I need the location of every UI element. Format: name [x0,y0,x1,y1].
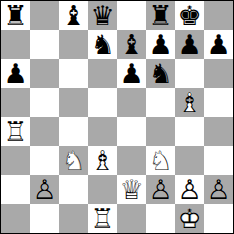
black-rook-icon: ♜ [146,1,175,30]
square-f5[interactable] [146,88,175,117]
square-b4[interactable] [30,117,59,146]
black-pawn-icon: ♟ [146,30,175,59]
white-bishop-fill: ♝ [88,146,117,175]
square-d5[interactable] [88,88,117,117]
square-c1[interactable] [59,204,88,233]
white-knight-icon: ♘ [146,146,175,175]
square-b6[interactable] [30,59,59,88]
square-b1[interactable] [30,204,59,233]
square-e2[interactable]: ♛♕ [117,175,146,204]
square-d7[interactable]: ♞ [88,30,117,59]
square-g8[interactable]: ♚ [175,1,204,30]
square-e3[interactable] [117,146,146,175]
white-king-fill: ♚ [175,204,204,233]
square-g3[interactable] [175,146,204,175]
square-b2[interactable]: ♙♙ [30,175,59,204]
black-queen-icon: ♛ [88,1,117,30]
square-c7[interactable] [59,30,88,59]
square-d2[interactable] [88,175,117,204]
white-pawn-icon: ♙ [30,175,59,204]
square-g2[interactable]: ♙♙ [175,175,204,204]
square-d1[interactable]: ♜♖ [88,204,117,233]
black-king-icon: ♚ [175,1,204,30]
square-d4[interactable] [88,117,117,146]
square-b5[interactable] [30,88,59,117]
square-h2[interactable]: ♙♙ [204,175,233,204]
white-bishop-icon: ♗ [175,88,204,117]
square-g6[interactable] [175,59,204,88]
chess-diagram: ♜♝♛♜♚♞♝♟♟♟♟♟♞♝♗♜♖♞♘♝♗♞♘♙♙♛♕♙♙♙♙♙♙♜♖♚♔ [0,0,234,234]
square-c4[interactable] [59,117,88,146]
white-queen-fill: ♛ [117,175,146,204]
square-a3[interactable] [1,146,30,175]
square-a8[interactable]: ♜ [1,1,30,30]
square-e8[interactable] [117,1,146,30]
white-queen-icon: ♕ [117,175,146,204]
square-e4[interactable] [117,117,146,146]
white-rook-fill: ♜ [88,204,117,233]
square-a5[interactable] [1,88,30,117]
white-knight-icon: ♘ [59,146,88,175]
white-pawn-icon: ♙ [175,175,204,204]
white-pawn-fill: ♙ [175,175,204,204]
square-d8[interactable]: ♛ [88,1,117,30]
square-h6[interactable] [204,59,233,88]
black-knight-icon: ♞ [146,59,175,88]
square-a7[interactable] [1,30,30,59]
square-h3[interactable] [204,146,233,175]
square-e1[interactable] [117,204,146,233]
black-pawn-icon: ♟ [1,59,30,88]
black-knight-icon: ♞ [88,30,117,59]
square-e5[interactable] [117,88,146,117]
square-d3[interactable]: ♝♗ [88,146,117,175]
square-c2[interactable] [59,175,88,204]
square-h5[interactable] [204,88,233,117]
square-f6[interactable]: ♞ [146,59,175,88]
square-c8[interactable]: ♝ [59,1,88,30]
white-pawn-icon: ♙ [204,175,233,204]
square-c3[interactable]: ♞♘ [59,146,88,175]
white-rook-fill: ♜ [1,117,30,146]
square-g5[interactable]: ♝♗ [175,88,204,117]
white-pawn-icon: ♙ [146,175,175,204]
white-pawn-fill: ♙ [30,175,59,204]
square-a6[interactable]: ♟ [1,59,30,88]
square-d6[interactable] [88,59,117,88]
square-a1[interactable] [1,204,30,233]
square-b7[interactable] [30,30,59,59]
square-h8[interactable] [204,1,233,30]
square-f2[interactable]: ♙♙ [146,175,175,204]
square-e7[interactable]: ♝ [117,30,146,59]
white-knight-fill: ♞ [59,146,88,175]
black-bishop-icon: ♝ [117,30,146,59]
black-pawn-icon: ♟ [204,30,233,59]
black-bishop-icon: ♝ [59,1,88,30]
square-f7[interactable]: ♟ [146,30,175,59]
square-g4[interactable] [175,117,204,146]
white-pawn-fill: ♙ [204,175,233,204]
black-pawn-icon: ♟ [117,59,146,88]
square-e6[interactable]: ♟ [117,59,146,88]
white-bishop-fill: ♝ [175,88,204,117]
square-b8[interactable] [30,1,59,30]
white-rook-icon: ♖ [88,204,117,233]
square-c5[interactable] [59,88,88,117]
square-f4[interactable] [146,117,175,146]
square-g7[interactable]: ♟ [175,30,204,59]
chess-board: ♜♝♛♜♚♞♝♟♟♟♟♟♞♝♗♜♖♞♘♝♗♞♘♙♙♛♕♙♙♙♙♙♙♜♖♚♔ [0,0,234,234]
square-a4[interactable]: ♜♖ [1,117,30,146]
white-rook-icon: ♖ [1,117,30,146]
square-f1[interactable] [146,204,175,233]
square-h4[interactable] [204,117,233,146]
white-bishop-icon: ♗ [88,146,117,175]
white-knight-fill: ♞ [146,146,175,175]
square-g1[interactable]: ♚♔ [175,204,204,233]
black-rook-icon: ♜ [1,1,30,30]
square-f8[interactable]: ♜ [146,1,175,30]
square-f3[interactable]: ♞♘ [146,146,175,175]
white-king-icon: ♔ [175,204,204,233]
square-h7[interactable]: ♟ [204,30,233,59]
square-h1[interactable] [204,204,233,233]
square-c6[interactable] [59,59,88,88]
square-b3[interactable] [30,146,59,175]
white-pawn-fill: ♙ [146,175,175,204]
square-a2[interactable] [1,175,30,204]
black-pawn-icon: ♟ [175,30,204,59]
